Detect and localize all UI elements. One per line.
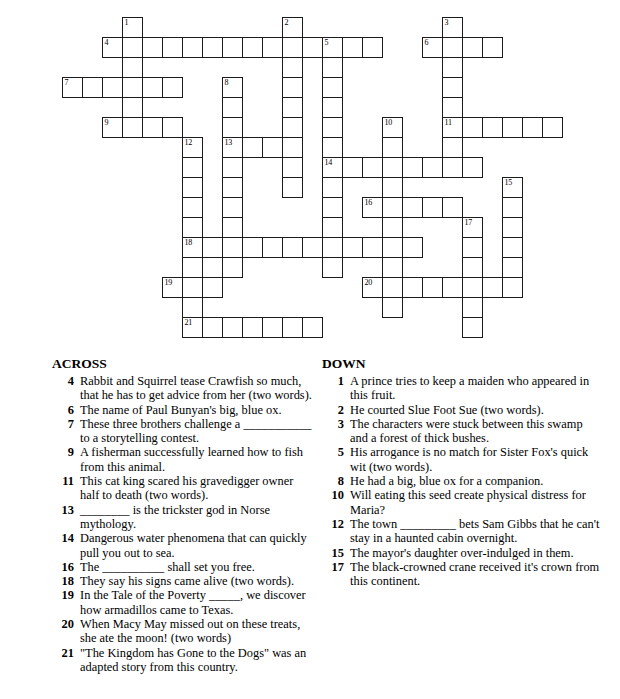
clue-number: 7 [52,417,80,446]
clue-text: He courted Slue Foot Sue (two words). [350,403,602,417]
cell-number-19: 19 [165,278,172,287]
clue-number: 5 [322,445,350,474]
grid-cell-r12c6[interactable] [182,257,203,278]
clue-text: They say his signs came alive (two words… [80,574,314,588]
down-clue-8: 8He had a big, blue ox for a companion. [322,474,602,488]
grid-cell-r12c8[interactable] [222,257,243,278]
grid-cell-r1c15[interactable] [362,37,383,58]
grid-cell-r1c12[interactable] [302,37,323,58]
clue-number: 1 [322,374,350,403]
grid-cell-r5c23[interactable] [522,117,543,138]
grid-cell-r1c13[interactable]: 5 [322,37,343,58]
grid-cell-r7c11[interactable] [282,157,303,178]
grid-cell-r7c15[interactable] [362,157,383,178]
grid-cell-r1c20[interactable] [462,37,483,58]
down-header: DOWN [322,356,602,372]
clue-text: The __________ shall set you free. [80,560,314,574]
grid-cell-r8c16[interactable] [382,177,403,198]
grid-cell-r5c24[interactable] [542,117,563,138]
clue-number: 9 [52,445,80,474]
grid-cell-r1c6[interactable] [182,37,203,58]
grid-cell-r11c22[interactable] [502,237,523,258]
cell-number-2: 2 [285,18,289,27]
grid-cell-r14c20[interactable] [462,297,483,318]
across-clue-list: 4Rabbit and Squirrel tease Crawfish so m… [52,374,322,674]
clue-text: ________ is the trickster god in Norse m… [80,503,314,532]
grid-cell-r3c5[interactable] [162,77,183,98]
grid-cell-r14c6[interactable] [182,297,203,318]
grid-cell-r12c7[interactable] [202,257,223,278]
grid-cell-r11c9[interactable] [242,237,263,258]
cell-number-11: 11 [445,118,452,127]
across-clue-7: 7These three brothers challenge a ______… [52,417,322,446]
grid-cell-r1c3[interactable] [122,37,143,58]
grid-cell-r7c17[interactable] [402,157,423,178]
grid-cell-r6c6[interactable]: 12 [182,137,203,158]
grid-cell-r9c17[interactable] [402,197,423,218]
grid-cell-r1c21[interactable] [482,37,503,58]
grid-cell-r1c11[interactable] [282,37,303,58]
grid-cell-r4c19[interactable] [442,97,463,118]
grid-cell-r5c4[interactable] [142,117,163,138]
clue-number: 6 [52,403,80,417]
clue-text: The town _________ bets Sam Gibbs that h… [350,517,602,546]
clue-number: 2 [322,403,350,417]
grid-cell-r5c16[interactable]: 10 [382,117,403,138]
grid-cell-r1c10[interactable] [262,37,283,58]
clue-text: The black-crowned crane received it's cr… [350,560,602,589]
across-clue-4: 4Rabbit and Squirrel tease Crawfish so m… [52,374,322,403]
grid-cell-r1c18[interactable]: 6 [422,37,443,58]
grid-cell-r7c13[interactable]: 14 [322,157,343,178]
grid-cell-r6c19[interactable] [442,137,463,158]
grid-cell-r12c13[interactable] [322,257,343,278]
down-clue-12: 12The town _________ bets Sam Gibbs that… [322,517,602,546]
clue-text: The name of Paul Bunyan's big, blue ox. [80,403,314,417]
cell-number-13: 13 [225,138,232,147]
grid-cell-r8c13[interactable] [322,177,343,198]
clue-number: 11 [52,474,80,503]
grid-cell-r3c0[interactable]: 7 [62,77,83,98]
grid-cell-r5c22[interactable] [502,117,523,138]
grid-cell-r8c22[interactable]: 15 [502,177,523,198]
grid-cell-r1c5[interactable] [162,37,183,58]
grid-cell-r10c13[interactable] [322,217,343,238]
across-clue-9: 9A fisherman successfully learned how to… [52,445,322,474]
grid-cell-r7c14[interactable] [342,157,363,178]
grid-cell-r5c2[interactable]: 9 [102,117,123,138]
cell-number-15: 15 [505,178,512,187]
across-clues-column: ACROSS 4Rabbit and Squirrel tease Crawfi… [52,356,322,674]
grid-cell-r15c8[interactable] [222,317,243,338]
clue-text: The mayor's daughter over-indulged in th… [350,546,602,560]
clue-text: "The Kingdom has Gone to the Dogs" was a… [80,646,314,675]
grid-cell-r15c9[interactable] [242,317,263,338]
down-clue-list: 1A prince tries to keep a maiden who app… [322,374,602,588]
across-clue-6: 6The name of Paul Bunyan's big, blue ox. [52,403,322,417]
clue-lists: ACROSS 4Rabbit and Squirrel tease Crawfi… [52,356,602,674]
grid-cell-r7c6[interactable] [182,157,203,178]
clue-number: 10 [322,488,350,517]
grid-cell-r10c22[interactable] [502,217,523,238]
clue-text: A prince tries to keep a maiden who appe… [350,374,602,403]
across-clue-11: 11This cat king scared his gravedigger o… [52,474,322,503]
grid-cell-r5c3[interactable] [122,117,143,138]
cell-number-12: 12 [185,138,192,147]
clue-number: 16 [52,560,80,574]
down-clue-10: 10Will eating this seed create physical … [322,488,602,517]
grid-cell-r11c20[interactable] [462,237,483,258]
grid-cell-r10c8[interactable] [222,217,243,238]
cell-number-18: 18 [185,238,192,247]
clue-number: 15 [322,546,350,560]
clue-number: 4 [52,374,80,403]
across-header: ACROSS [52,356,322,372]
across-clue-14: 14Dangerous water phenomena that can qui… [52,531,322,560]
grid-cell-r11c10[interactable] [262,237,283,258]
grid-cell-r1c9[interactable] [242,37,263,58]
grid-cell-r11c15[interactable] [362,237,383,258]
grid-cell-r13c20[interactable] [462,277,483,298]
grid-cell-r12c20[interactable] [462,257,483,278]
down-clue-5: 5His arrogance is no match for Sister Fo… [322,445,602,474]
clue-text: He had a big, blue ox for a companion. [350,474,602,488]
grid-cell-r11c13[interactable] [322,237,343,258]
grid-cell-r13c5[interactable]: 19 [162,277,183,298]
across-clue-16: 16The __________ shall set you free. [52,560,322,574]
grid-cell-r11c6[interactable]: 18 [182,237,203,258]
grid-cell-r10c20[interactable]: 17 [462,217,483,238]
grid-cell-r0c11[interactable]: 2 [282,17,303,38]
grid-cell-r11c14[interactable] [342,237,363,258]
grid-cell-r15c20[interactable] [462,317,483,338]
grid-cell-r6c11[interactable] [282,137,303,158]
grid-cell-r14c16[interactable] [382,297,403,318]
clue-text: In the Tale of the Poverty _____, we dis… [80,588,314,617]
clue-text: A fisherman successfully learned how to … [80,445,314,474]
grid-cell-r1c19[interactable] [442,37,463,58]
grid-cell-r2c11[interactable] [282,57,303,78]
cell-number-4: 4 [105,38,109,47]
cell-number-8: 8 [225,78,229,87]
grid-cell-r7c19[interactable] [442,157,463,178]
grid-cell-r0c3[interactable]: 1 [122,17,143,38]
grid-cell-r10c16[interactable] [382,217,403,238]
clue-number: 20 [52,617,80,646]
grid-cell-r11c16[interactable] [382,237,403,258]
grid-cell-r2c13[interactable] [322,57,343,78]
clue-number: 19 [52,588,80,617]
down-clues-column: DOWN 1A prince tries to keep a maiden wh… [322,356,602,674]
grid-cell-r5c5[interactable] [162,117,183,138]
grid-cell-r13c7[interactable] [202,277,223,298]
grid-cell-r9c8[interactable] [222,197,243,218]
grid-cell-r5c8[interactable] [222,117,243,138]
clue-text: These three brothers challenge a _______… [80,417,314,446]
grid-cell-r11c12[interactable] [302,237,323,258]
grid-cell-r4c13[interactable] [322,97,343,118]
grid-cell-r13c18[interactable] [422,277,443,298]
grid-cell-r8c6[interactable] [182,177,203,198]
crossword-page: { "game": "crossword", "grid": { "rows":… [0,0,620,699]
clue-number: 13 [52,503,80,532]
grid-cell-r5c11[interactable] [282,117,303,138]
cell-number-21: 21 [185,318,192,327]
clue-text: Dangerous water phenomena that can quick… [80,531,314,560]
clue-text: Rabbit and Squirrel tease Crawfish so mu… [80,374,314,403]
grid-cell-r13c17[interactable] [402,277,423,298]
clue-text: The characters were stuck between this s… [350,417,602,446]
grid-cell-r0c19[interactable]: 3 [442,17,463,38]
grid-cell-r15c12[interactable] [302,317,323,338]
across-clue-18: 18They say his signs came alive (two wor… [52,574,322,588]
grid-cell-r13c16[interactable] [382,277,403,298]
grid-cell-r7c18[interactable] [422,157,443,178]
grid-cell-r11c11[interactable] [282,237,303,258]
clue-number: 17 [322,560,350,589]
grid-cell-r5c13[interactable] [322,117,343,138]
grid-cell-r7c8[interactable] [222,157,243,178]
down-clue-2: 2He courted Slue Foot Sue (two words). [322,403,602,417]
clue-text: This cat king scared his gravedigger own… [80,474,314,503]
crossword-grid: 123456789101112131415161718192021 [62,17,564,339]
grid-cell-r9c22[interactable] [502,197,523,218]
cell-number-6: 6 [425,38,429,47]
cell-number-7: 7 [65,78,69,87]
clue-text: Will eating this seed create physical di… [350,488,602,517]
grid-cell-r11c8[interactable] [222,237,243,258]
grid-cell-r3c2[interactable] [102,77,123,98]
clue-number: 3 [322,417,350,446]
clue-number: 8 [322,474,350,488]
grid-cell-r1c14[interactable] [342,37,363,58]
grid-cell-r5c19[interactable]: 11 [442,117,463,138]
grid-cell-r7c20[interactable] [462,157,483,178]
grid-cell-r15c11[interactable] [282,317,303,338]
clue-number: 14 [52,531,80,560]
down-clue-3: 3The characters were stuck between this … [322,417,602,446]
grid-cell-r1c8[interactable] [222,37,243,58]
grid-cell-r6c16[interactable] [382,137,403,158]
across-clue-19: 19In the Tale of the Poverty _____, we d… [52,588,322,617]
grid-cell-r12c22[interactable] [502,257,523,278]
across-clue-20: 20When Macy May missed out on these trea… [52,617,322,646]
clue-text: His arrogance is no match for Sister Fox… [350,445,602,474]
grid-cell-r9c19[interactable] [442,197,463,218]
grid-cell-r9c6[interactable] [182,197,203,218]
grid-cell-r5c20[interactable] [462,117,483,138]
grid-cell-r3c11[interactable] [282,77,303,98]
grid-cell-r3c3[interactable] [122,77,143,98]
grid-cell-r8c8[interactable] [222,177,243,198]
grid-cell-r9c18[interactable] [422,197,443,218]
grid-cell-r11c17[interactable] [402,237,423,258]
grid-cell-r6c10[interactable] [262,137,283,158]
grid-cell-r6c9[interactable] [242,137,263,158]
grid-cell-r6c13[interactable] [322,137,343,158]
grid-cell-r9c15[interactable]: 16 [362,197,383,218]
grid-cell-r4c3[interactable] [122,97,143,118]
grid-cell-r12c16[interactable] [382,257,403,278]
down-clue-17: 17The black-crowned crane received it's … [322,560,602,589]
cell-number-10: 10 [385,118,392,127]
cell-number-5: 5 [325,38,329,47]
grid-cell-r6c8[interactable]: 13 [222,137,243,158]
cell-number-20: 20 [365,278,372,287]
grid-cell-r11c7[interactable] [202,237,223,258]
grid-cell-r3c1[interactable] [82,77,103,98]
grid-cell-r13c6[interactable] [182,277,203,298]
grid-cell-r15c6[interactable]: 21 [182,317,203,338]
across-clue-13: 13________ is the trickster god in Norse… [52,503,322,532]
grid-cell-r3c19[interactable] [442,77,463,98]
grid-cell-r8c11[interactable] [282,177,303,198]
cell-number-9: 9 [105,118,109,127]
grid-cell-r13c19[interactable] [442,277,463,298]
grid-cell-r7c16[interactable] [382,157,403,178]
grid-cell-r4c8[interactable] [222,97,243,118]
grid-cell-r2c3[interactable] [122,57,143,78]
across-clue-21: 21"The Kingdom has Gone to the Dogs" was… [52,646,322,675]
down-clue-1: 1A prince tries to keep a maiden who app… [322,374,602,403]
clue-text: When Macy May missed out on these treats… [80,617,314,646]
grid-cell-r15c7[interactable] [202,317,223,338]
grid-cell-r15c10[interactable] [262,317,283,338]
cell-number-1: 1 [125,18,129,27]
clue-number: 18 [52,574,80,588]
grid-cell-r2c19[interactable] [442,57,463,78]
grid-cell-r3c4[interactable] [142,77,163,98]
grid-cell-r13c21[interactable] [482,277,503,298]
grid-cell-r4c11[interactable] [282,97,303,118]
down-clue-15: 15The mayor's daughter over-indulged in … [322,546,602,560]
cell-number-14: 14 [325,158,332,167]
grid-cell-r1c4[interactable] [142,37,163,58]
grid-cell-r9c16[interactable] [382,197,403,218]
grid-cell-r3c8[interactable]: 8 [222,77,243,98]
grid-cell-r1c2[interactable]: 4 [102,37,123,58]
cell-number-17: 17 [465,218,472,227]
cell-number-3: 3 [445,18,449,27]
grid-cell-r13c15[interactable]: 20 [362,277,383,298]
cell-number-16: 16 [365,198,372,207]
clue-number: 12 [322,517,350,546]
grid-cell-r13c22[interactable] [502,277,523,298]
grid-cell-r1c7[interactable] [202,37,223,58]
grid-cell-r10c6[interactable] [182,217,203,238]
grid-cell-r3c13[interactable] [322,77,343,98]
clue-number: 21 [52,646,80,675]
grid-cell-r5c21[interactable] [482,117,503,138]
grid-cell-r9c13[interactable] [322,197,343,218]
